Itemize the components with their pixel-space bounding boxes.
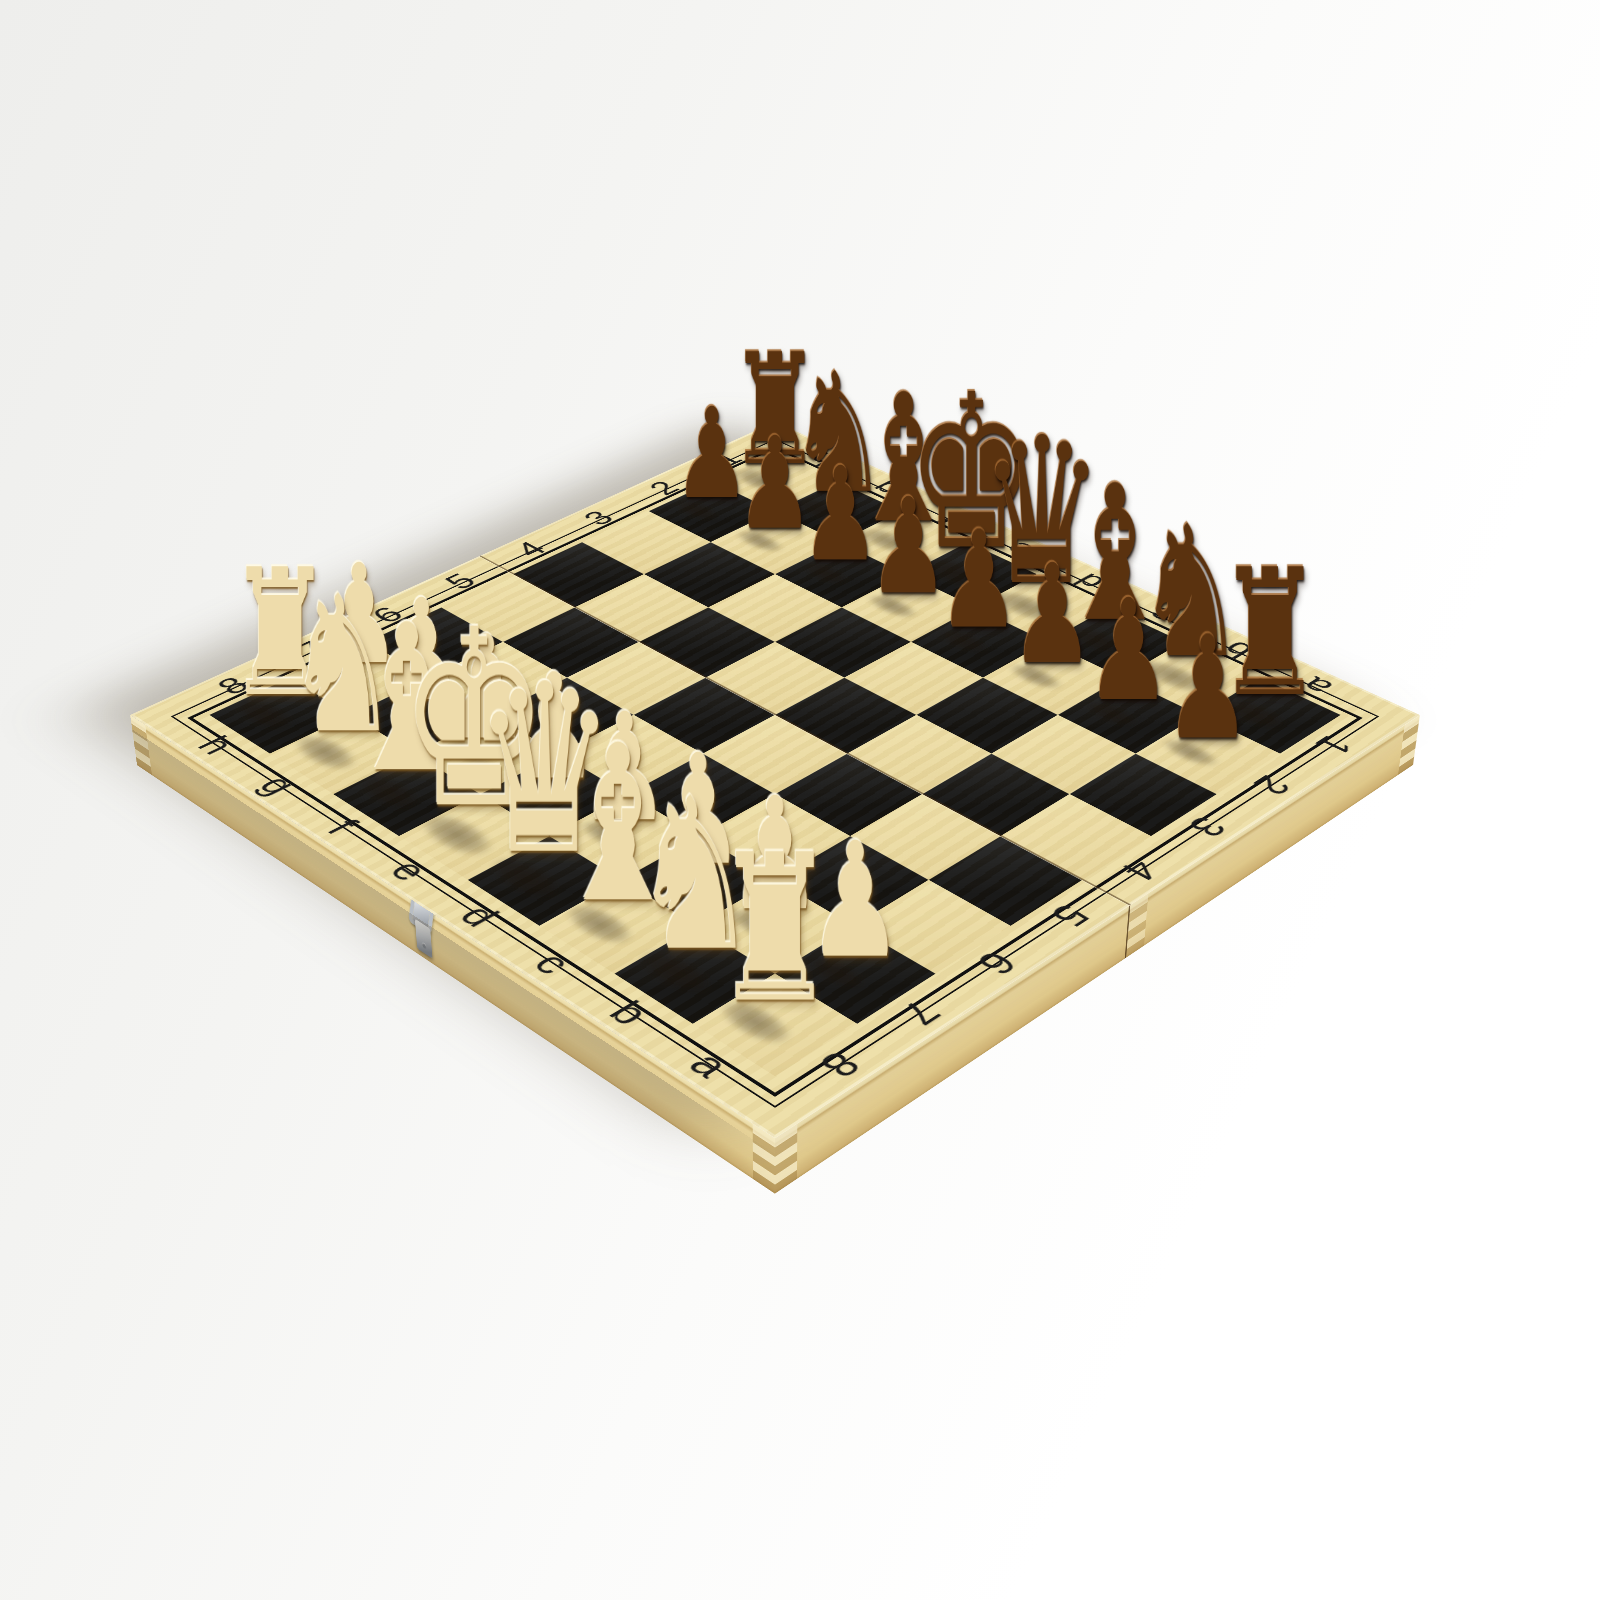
light-rook-glyph: ♜ <box>713 828 837 1031</box>
scene: 1122334455667788hhggffeeddccbbaa♜♟♞♟♝♟♚♟… <box>0 0 1600 1600</box>
dark-pawn-glyph: ♟ <box>1086 581 1171 721</box>
dark-pawn-glyph: ♟ <box>938 513 1020 648</box>
chess-board: 1122334455667788hhggffeeddccbbaa♜♟♞♟♝♟♚♟… <box>130 422 1420 1139</box>
finger-joint <box>130 715 152 775</box>
latch <box>408 894 437 965</box>
dark-pawn-glyph: ♟ <box>1164 617 1251 760</box>
finger-joint <box>753 1124 775 1194</box>
dark-pawn-glyph: ♟ <box>1010 546 1094 683</box>
finger-joint <box>1398 715 1420 775</box>
dark-pawn-glyph: ♟ <box>868 481 949 613</box>
finger-joint <box>775 1124 797 1194</box>
